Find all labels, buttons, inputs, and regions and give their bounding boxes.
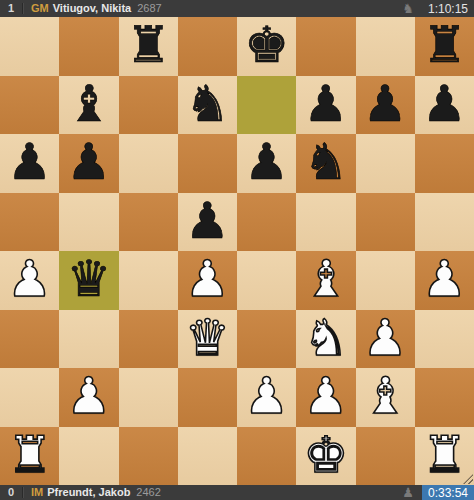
bottom-player-bar: 0 IM Pfreundt, Jakob 2462 ♟ 0:33:54 <box>0 485 474 500</box>
piece-black-P-h7[interactable]: ♟ <box>422 79 467 129</box>
pawn-icon: ♟ <box>402 486 414 499</box>
piece-black-P-d5[interactable]: ♟ <box>185 196 230 246</box>
square-g7[interactable]: ♟ <box>356 76 415 135</box>
square-g5[interactable] <box>356 193 415 252</box>
square-c2[interactable] <box>119 368 178 427</box>
piece-white-K-f1[interactable]: ♚ <box>303 430 348 480</box>
bottom-player-score: 0 <box>0 487 22 498</box>
square-d4[interactable]: ♟ <box>178 251 237 310</box>
square-a5[interactable] <box>0 193 59 252</box>
piece-black-K-e8[interactable]: ♚ <box>244 20 289 70</box>
square-d3[interactable]: ♛ <box>178 310 237 369</box>
piece-white-P-d4[interactable]: ♟ <box>185 254 230 304</box>
bottom-player-title: IM <box>31 487 43 498</box>
piece-black-R-c8[interactable]: ♜ <box>126 20 171 70</box>
piece-white-P-b2[interactable]: ♟ <box>66 371 111 421</box>
piece-black-P-g7[interactable]: ♟ <box>363 79 408 129</box>
square-e2[interactable]: ♟ <box>237 368 296 427</box>
square-c7[interactable] <box>119 76 178 135</box>
piece-black-P-a6[interactable]: ♟ <box>7 137 52 187</box>
square-h7[interactable]: ♟ <box>415 76 474 135</box>
square-a2[interactable] <box>0 368 59 427</box>
square-e1[interactable] <box>237 427 296 486</box>
piece-white-B-f4[interactable]: ♝ <box>303 254 348 304</box>
square-h6[interactable] <box>415 134 474 193</box>
piece-white-N-f3[interactable]: ♞ <box>303 313 348 363</box>
square-h4[interactable]: ♟ <box>415 251 474 310</box>
square-a7[interactable] <box>0 76 59 135</box>
square-d5[interactable]: ♟ <box>178 193 237 252</box>
knight-icon: ♞ <box>402 2 414 15</box>
square-d8[interactable] <box>178 17 237 76</box>
piece-white-R-h1[interactable]: ♜ <box>422 430 467 480</box>
piece-white-P-g3[interactable]: ♟ <box>363 313 408 363</box>
piece-black-P-f7[interactable]: ♟ <box>303 79 348 129</box>
piece-white-P-a4[interactable]: ♟ <box>7 254 52 304</box>
square-e4[interactable] <box>237 251 296 310</box>
square-e7[interactable] <box>237 76 296 135</box>
square-d2[interactable] <box>178 368 237 427</box>
square-c3[interactable] <box>119 310 178 369</box>
square-b3[interactable] <box>59 310 118 369</box>
square-c1[interactable] <box>119 427 178 486</box>
square-f3[interactable]: ♞ <box>296 310 355 369</box>
top-player-clock: 1:10:15 <box>422 0 474 17</box>
top-player-name: Vitiugov, Nikita <box>53 3 131 14</box>
square-f8[interactable] <box>296 17 355 76</box>
square-a6[interactable]: ♟ <box>0 134 59 193</box>
piece-black-B-b7[interactable]: ♝ <box>66 79 111 129</box>
square-c8[interactable]: ♜ <box>119 17 178 76</box>
square-f4[interactable]: ♝ <box>296 251 355 310</box>
square-f2[interactable]: ♟ <box>296 368 355 427</box>
bar-separator <box>22 487 24 498</box>
square-d1[interactable] <box>178 427 237 486</box>
square-d7[interactable]: ♞ <box>178 76 237 135</box>
bottom-player-name: Pfreundt, Jakob <box>47 487 130 498</box>
piece-white-B-g2[interactable]: ♝ <box>363 371 408 421</box>
square-f6[interactable]: ♞ <box>296 134 355 193</box>
square-f7[interactable]: ♟ <box>296 76 355 135</box>
square-b4[interactable]: ♛ <box>59 251 118 310</box>
piece-black-N-f6[interactable]: ♞ <box>303 137 348 187</box>
square-g8[interactable] <box>356 17 415 76</box>
bottom-player-clock: 0:33:54 <box>422 485 474 500</box>
square-h3[interactable] <box>415 310 474 369</box>
piece-white-R-a1[interactable]: ♜ <box>7 430 52 480</box>
square-b5[interactable] <box>59 193 118 252</box>
square-b8[interactable] <box>59 17 118 76</box>
piece-black-Q-b4[interactable]: ♛ <box>66 254 111 304</box>
square-b2[interactable]: ♟ <box>59 368 118 427</box>
square-h2[interactable] <box>415 368 474 427</box>
square-a8[interactable] <box>0 17 59 76</box>
piece-white-P-h4[interactable]: ♟ <box>422 254 467 304</box>
square-a3[interactable] <box>0 310 59 369</box>
square-b1[interactable] <box>59 427 118 486</box>
chess-board[interactable]: ♜♚♜♝♞♟♟♟♟♟♟♞♟♟♛♟♝♟♛♞♟♟♟♟♝♜♚♜ <box>0 17 474 485</box>
piece-black-R-h8[interactable]: ♜ <box>422 20 467 70</box>
piece-black-P-e6[interactable]: ♟ <box>244 137 289 187</box>
top-player-rating: 2687 <box>137 3 161 14</box>
square-g1[interactable] <box>356 427 415 486</box>
square-g6[interactable] <box>356 134 415 193</box>
bottom-player-rating: 2462 <box>136 487 160 498</box>
square-h8[interactable]: ♜ <box>415 17 474 76</box>
square-e3[interactable] <box>237 310 296 369</box>
square-a1[interactable]: ♜ <box>0 427 59 486</box>
square-g3[interactable]: ♟ <box>356 310 415 369</box>
square-f5[interactable] <box>296 193 355 252</box>
square-h5[interactable] <box>415 193 474 252</box>
piece-black-P-b6[interactable]: ♟ <box>66 137 111 187</box>
square-d6[interactable] <box>178 134 237 193</box>
top-player-title: GM <box>31 3 49 14</box>
square-a4[interactable]: ♟ <box>0 251 59 310</box>
top-player-score: 1 <box>0 3 22 14</box>
square-c6[interactable] <box>119 134 178 193</box>
chess-app-window: 1 GM Vitiugov, Nikita 2687 ♞ 1:10:15 ♜♚♜… <box>0 0 474 500</box>
piece-white-P-f2[interactable]: ♟ <box>303 371 348 421</box>
piece-white-Q-d3[interactable]: ♛ <box>185 313 230 363</box>
square-f1[interactable]: ♚ <box>296 427 355 486</box>
piece-white-P-e2[interactable]: ♟ <box>244 371 289 421</box>
square-e8[interactable]: ♚ <box>237 17 296 76</box>
square-h1[interactable]: ♜ <box>415 427 474 486</box>
square-g2[interactable]: ♝ <box>356 368 415 427</box>
square-b7[interactable]: ♝ <box>59 76 118 135</box>
square-g4[interactable] <box>356 251 415 310</box>
square-c5[interactable] <box>119 193 178 252</box>
square-e6[interactable]: ♟ <box>237 134 296 193</box>
square-e5[interactable] <box>237 193 296 252</box>
square-b6[interactable]: ♟ <box>59 134 118 193</box>
piece-black-N-d7[interactable]: ♞ <box>185 79 230 129</box>
bar-separator <box>22 3 24 15</box>
top-player-bar: 1 GM Vitiugov, Nikita 2687 ♞ 1:10:15 <box>0 0 474 17</box>
square-c4[interactable] <box>119 251 178 310</box>
